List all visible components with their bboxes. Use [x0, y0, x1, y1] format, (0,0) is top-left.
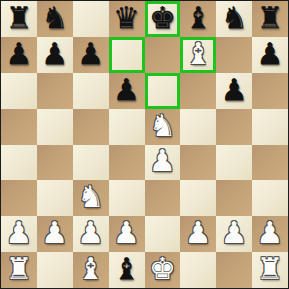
square-c1[interactable]: ♝: [73, 252, 109, 288]
square-h8[interactable]: ♜: [252, 1, 288, 37]
square-f3[interactable]: [180, 180, 216, 216]
square-d6[interactable]: ♟: [109, 73, 145, 109]
piece-white-pawn: ♟: [257, 218, 284, 248]
square-b6[interactable]: [37, 73, 73, 109]
piece-white-pawn: ♟: [5, 218, 32, 248]
piece-black-pawn: ♟: [77, 39, 104, 69]
square-b2[interactable]: ♟: [37, 216, 73, 252]
piece-white-king: ♚: [149, 254, 176, 284]
piece-black-pawn: ♟: [257, 39, 284, 69]
square-f6[interactable]: [180, 73, 216, 109]
square-b3[interactable]: [37, 180, 73, 216]
square-b1[interactable]: [37, 252, 73, 288]
piece-black-pawn: ♟: [41, 39, 68, 69]
square-g3[interactable]: [216, 180, 252, 216]
square-g5[interactable]: [216, 109, 252, 145]
square-c7[interactable]: ♟: [73, 37, 109, 73]
chess-board-frame: ♜♞♛♚♝♞♜♟♟♟♝♟♟♟♞♟♞♟♟♟♟♟♟♟♜♝♝♚♜: [0, 0, 289, 289]
piece-white-pawn: ♟: [221, 218, 248, 248]
square-c6[interactable]: [73, 73, 109, 109]
square-b7[interactable]: ♟: [37, 37, 73, 73]
square-f7[interactable]: ♝: [180, 37, 216, 73]
square-g6[interactable]: ♟: [216, 73, 252, 109]
square-e3[interactable]: [145, 180, 181, 216]
square-c2[interactable]: ♟: [73, 216, 109, 252]
piece-black-knight: ♞: [221, 3, 248, 33]
square-e6[interactable]: [145, 73, 181, 109]
square-g2[interactable]: ♟: [216, 216, 252, 252]
square-g4[interactable]: [216, 145, 252, 181]
square-e7[interactable]: [145, 37, 181, 73]
square-d1[interactable]: ♝: [109, 252, 145, 288]
square-a7[interactable]: ♟: [1, 37, 37, 73]
piece-black-queen: ♛: [113, 3, 140, 33]
square-d7[interactable]: [109, 37, 145, 73]
square-a6[interactable]: [1, 73, 37, 109]
square-h7[interactable]: ♟: [252, 37, 288, 73]
piece-white-bishop: ♝: [77, 254, 104, 284]
piece-black-pawn: ♟: [5, 39, 32, 69]
square-e2[interactable]: [145, 216, 181, 252]
piece-black-bishop: ♝: [185, 3, 212, 33]
square-d5[interactable]: [109, 109, 145, 145]
piece-white-pawn: ♟: [185, 218, 212, 248]
piece-black-knight: ♞: [41, 3, 68, 33]
square-b5[interactable]: [37, 109, 73, 145]
square-e8[interactable]: ♚: [145, 1, 181, 37]
square-h3[interactable]: [252, 180, 288, 216]
square-a2[interactable]: ♟: [1, 216, 37, 252]
piece-black-rook: ♜: [257, 3, 284, 33]
piece-black-pawn: ♟: [221, 75, 248, 105]
piece-white-rook: ♜: [5, 254, 32, 284]
square-c4[interactable]: [73, 145, 109, 181]
square-h4[interactable]: [252, 145, 288, 181]
square-f4[interactable]: [180, 145, 216, 181]
square-c5[interactable]: [73, 109, 109, 145]
square-e4[interactable]: ♟: [145, 145, 181, 181]
square-f1[interactable]: [180, 252, 216, 288]
square-b8[interactable]: ♞: [37, 1, 73, 37]
square-h2[interactable]: ♟: [252, 216, 288, 252]
piece-black-king: ♚: [149, 3, 176, 33]
square-g1[interactable]: [216, 252, 252, 288]
square-a4[interactable]: [1, 145, 37, 181]
square-c3[interactable]: ♞: [73, 180, 109, 216]
chess-board: ♜♞♛♚♝♞♜♟♟♟♝♟♟♟♞♟♞♟♟♟♟♟♟♟♜♝♝♚♜: [1, 1, 288, 288]
square-a8[interactable]: ♜: [1, 1, 37, 37]
piece-white-knight: ♞: [77, 182, 104, 212]
piece-white-rook: ♜: [257, 254, 284, 284]
square-d8[interactable]: ♛: [109, 1, 145, 37]
square-g8[interactable]: ♞: [216, 1, 252, 37]
piece-white-pawn: ♟: [113, 218, 140, 248]
square-d2[interactable]: ♟: [109, 216, 145, 252]
square-f2[interactable]: ♟: [180, 216, 216, 252]
piece-black-bishop: ♝: [113, 254, 140, 284]
piece-white-bishop: ♝: [185, 39, 212, 69]
square-c8[interactable]: [73, 1, 109, 37]
square-h6[interactable]: [252, 73, 288, 109]
square-e5[interactable]: ♞: [145, 109, 181, 145]
square-f5[interactable]: [180, 109, 216, 145]
square-d4[interactable]: [109, 145, 145, 181]
piece-white-pawn: ♟: [149, 146, 176, 176]
square-h5[interactable]: [252, 109, 288, 145]
square-b4[interactable]: [37, 145, 73, 181]
piece-white-pawn: ♟: [77, 218, 104, 248]
piece-white-pawn: ♟: [41, 218, 68, 248]
square-a5[interactable]: [1, 109, 37, 145]
square-e1[interactable]: ♚: [145, 252, 181, 288]
square-d3[interactable]: [109, 180, 145, 216]
square-a1[interactable]: ♜: [1, 252, 37, 288]
square-a3[interactable]: [1, 180, 37, 216]
square-g7[interactable]: [216, 37, 252, 73]
piece-white-knight: ♞: [149, 111, 176, 141]
piece-black-pawn: ♟: [113, 75, 140, 105]
square-f8[interactable]: ♝: [180, 1, 216, 37]
piece-black-rook: ♜: [5, 3, 32, 33]
square-h1[interactable]: ♜: [252, 252, 288, 288]
